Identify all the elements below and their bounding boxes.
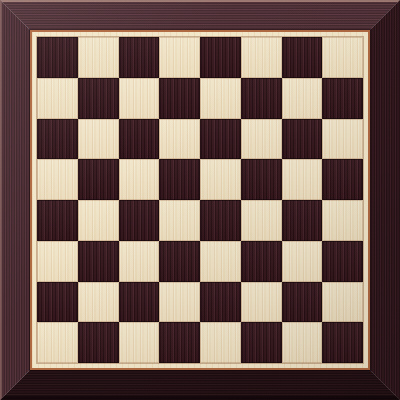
square-r2c7[interactable] (282, 78, 323, 119)
square-r8c3[interactable] (119, 322, 160, 363)
square-r3c5[interactable] (200, 119, 241, 160)
square-r8c4[interactable] (159, 322, 200, 363)
square-r7c6[interactable] (241, 282, 282, 323)
square-r8c2[interactable] (78, 322, 119, 363)
square-r4c1[interactable] (37, 159, 78, 200)
square-r4c6[interactable] (241, 159, 282, 200)
square-r3c6[interactable] (241, 119, 282, 160)
square-r7c4[interactable] (159, 282, 200, 323)
square-r6c7[interactable] (282, 241, 323, 282)
square-r2c4[interactable] (159, 78, 200, 119)
square-r1c1[interactable] (37, 37, 78, 78)
square-r2c8[interactable] (322, 78, 363, 119)
square-r5c7[interactable] (282, 200, 323, 241)
square-r2c5[interactable] (200, 78, 241, 119)
square-r8c7[interactable] (282, 322, 323, 363)
square-r2c2[interactable] (78, 78, 119, 119)
square-r5c3[interactable] (119, 200, 160, 241)
square-r8c1[interactable] (37, 322, 78, 363)
square-r6c3[interactable] (119, 241, 160, 282)
square-r3c8[interactable] (322, 119, 363, 160)
square-r7c3[interactable] (119, 282, 160, 323)
square-r5c5[interactable] (200, 200, 241, 241)
square-r2c3[interactable] (119, 78, 160, 119)
square-r8c5[interactable] (200, 322, 241, 363)
square-r4c2[interactable] (78, 159, 119, 200)
square-r5c1[interactable] (37, 200, 78, 241)
square-r3c7[interactable] (282, 119, 323, 160)
square-r1c2[interactable] (78, 37, 119, 78)
square-r3c2[interactable] (78, 119, 119, 160)
square-r1c7[interactable] (282, 37, 323, 78)
square-r7c2[interactable] (78, 282, 119, 323)
square-r7c1[interactable] (37, 282, 78, 323)
square-r1c3[interactable] (119, 37, 160, 78)
square-r1c4[interactable] (159, 37, 200, 78)
square-r3c3[interactable] (119, 119, 160, 160)
square-r6c2[interactable] (78, 241, 119, 282)
square-r4c7[interactable] (282, 159, 323, 200)
board-grid (37, 37, 363, 363)
square-r1c5[interactable] (200, 37, 241, 78)
square-r7c5[interactable] (200, 282, 241, 323)
square-r2c1[interactable] (37, 78, 78, 119)
square-r5c4[interactable] (159, 200, 200, 241)
square-r6c1[interactable] (37, 241, 78, 282)
chessboard (0, 0, 400, 400)
square-r1c6[interactable] (241, 37, 282, 78)
square-r6c4[interactable] (159, 241, 200, 282)
square-r7c7[interactable] (282, 282, 323, 323)
square-r8c6[interactable] (241, 322, 282, 363)
square-r5c8[interactable] (322, 200, 363, 241)
square-r4c5[interactable] (200, 159, 241, 200)
square-r4c8[interactable] (322, 159, 363, 200)
square-r2c6[interactable] (241, 78, 282, 119)
square-r1c8[interactable] (322, 37, 363, 78)
square-r7c8[interactable] (322, 282, 363, 323)
square-r3c1[interactable] (37, 119, 78, 160)
square-r6c8[interactable] (322, 241, 363, 282)
square-r4c3[interactable] (119, 159, 160, 200)
square-r6c6[interactable] (241, 241, 282, 282)
square-r5c2[interactable] (78, 200, 119, 241)
square-r4c4[interactable] (159, 159, 200, 200)
square-r3c4[interactable] (159, 119, 200, 160)
square-r5c6[interactable] (241, 200, 282, 241)
square-r6c5[interactable] (200, 241, 241, 282)
square-r8c8[interactable] (322, 322, 363, 363)
